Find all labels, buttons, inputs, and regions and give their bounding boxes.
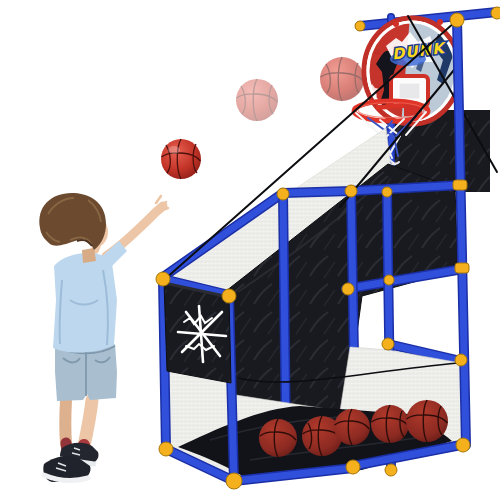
child-figure (39, 193, 168, 482)
tray-ball (334, 409, 370, 445)
backboard-knob-left (393, 21, 399, 27)
tray-ball (259, 419, 297, 457)
flying-balls (161, 57, 364, 179)
tray-ball (406, 400, 448, 442)
child-neck (82, 248, 96, 263)
child-back-leg (65, 400, 66, 444)
child-front-leg (84, 400, 92, 446)
flying-ball-faded (236, 79, 278, 121)
product-photo: DUNK (0, 0, 500, 500)
backboard-knob-right (437, 19, 443, 25)
child-hair (39, 193, 106, 250)
tray-ball (371, 405, 409, 443)
front-panel (164, 283, 231, 383)
flying-ball-mid (320, 57, 364, 101)
flying-ball-solid (161, 139, 201, 179)
scene-graphic: DUNK (0, 0, 500, 500)
